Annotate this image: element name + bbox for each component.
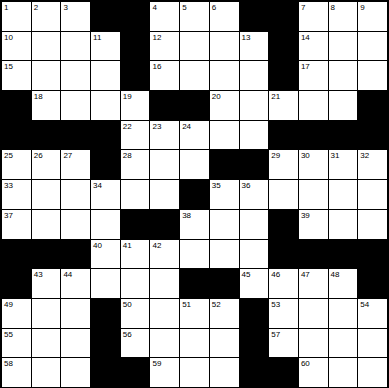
cell-r9c5[interactable]: 41: [121, 240, 150, 269]
cell-r2c12[interactable]: [329, 32, 358, 61]
cell-r9c3: [61, 240, 90, 269]
cell-r13c3[interactable]: [61, 358, 90, 387]
cell-r10c4[interactable]: [91, 269, 120, 298]
cell-r4c5[interactable]: 19: [121, 91, 150, 120]
cell-r8c2[interactable]: [32, 210, 61, 239]
clue-number: 19: [123, 92, 132, 101]
cell-r4c8[interactable]: 20: [210, 91, 239, 120]
cell-r11c10[interactable]: 53: [269, 299, 298, 328]
cell-r2c11[interactable]: 14: [299, 32, 328, 61]
cell-r9c10: [269, 240, 298, 269]
clue-number: 17: [301, 62, 310, 71]
cell-r10c3[interactable]: 44: [61, 269, 90, 298]
cell-r13c5: [121, 358, 150, 387]
clue-number: 53: [271, 300, 280, 309]
cell-r3c10: [269, 61, 298, 90]
clue-number: 18: [34, 92, 43, 101]
clue-number: 16: [152, 62, 161, 71]
cell-r5c5[interactable]: 22: [121, 121, 150, 150]
cell-r3c13[interactable]: [358, 61, 387, 90]
cell-r1c4: [91, 2, 120, 31]
cell-r7c7: [180, 180, 209, 209]
cell-r9c6[interactable]: 42: [150, 240, 179, 269]
cell-r3c8[interactable]: [210, 61, 239, 90]
cell-r5c8[interactable]: [210, 121, 239, 150]
cell-r13c9: [240, 358, 269, 387]
cell-r5c12: [329, 121, 358, 150]
cell-r4c12[interactable]: [329, 91, 358, 120]
cell-r8c8[interactable]: [210, 210, 239, 239]
cell-r6c9: [240, 150, 269, 179]
clue-number: 47: [301, 270, 310, 279]
cell-r2c8[interactable]: [210, 32, 239, 61]
cell-r10c12[interactable]: 48: [329, 269, 358, 298]
cell-r12c7[interactable]: [180, 329, 209, 358]
cell-r3c12[interactable]: [329, 61, 358, 90]
cell-r6c1[interactable]: 25: [2, 150, 31, 179]
cell-r6c12[interactable]: 31: [329, 150, 358, 179]
cell-r3c5: [121, 61, 150, 90]
cell-r6c7[interactable]: [180, 150, 209, 179]
clue-number: 39: [301, 211, 310, 220]
cell-r13c13[interactable]: [358, 358, 387, 387]
crossword-board: 1234567891011121314151617181920212223242…: [0, 0, 389, 388]
cell-r6c10[interactable]: 29: [269, 150, 298, 179]
cell-r5c3: [61, 121, 90, 150]
clue-number: 48: [331, 270, 340, 279]
cell-r10c9[interactable]: 45: [240, 269, 269, 298]
cell-r4c1: [2, 91, 31, 120]
cell-r7c8[interactable]: 35: [210, 180, 239, 209]
clue-number: 43: [34, 270, 43, 279]
clue-number: 38: [182, 211, 191, 220]
clue-number: 32: [360, 151, 369, 160]
clue-number: 25: [4, 151, 13, 160]
cell-r3c7[interactable]: [180, 61, 209, 90]
cell-r13c6[interactable]: 59: [150, 358, 179, 387]
clue-number: 2: [34, 3, 38, 12]
cell-r1c11[interactable]: 7: [299, 2, 328, 31]
cell-r1c7[interactable]: 5: [180, 2, 209, 31]
cell-r1c10: [269, 2, 298, 31]
cell-r10c1: [2, 269, 31, 298]
clue-number: 23: [152, 122, 161, 131]
cell-r10c13: [358, 269, 387, 298]
cell-r6c11[interactable]: 30: [299, 150, 328, 179]
clue-number: 15: [4, 62, 13, 71]
clue-number: 34: [93, 181, 102, 190]
cell-r4c3[interactable]: [61, 91, 90, 120]
cell-r13c8[interactable]: [210, 358, 239, 387]
cell-r2c3[interactable]: [61, 32, 90, 61]
cell-r1c1[interactable]: 1: [2, 2, 31, 31]
cell-r12c11[interactable]: [299, 329, 328, 358]
cell-r6c8: [210, 150, 239, 179]
clue-number: 54: [360, 300, 369, 309]
clue-number: 41: [123, 241, 132, 250]
cell-r7c9[interactable]: 36: [240, 180, 269, 209]
cell-r8c5: [121, 210, 150, 239]
clue-number: 31: [331, 151, 340, 160]
cell-r1c12[interactable]: 8: [329, 2, 358, 31]
cell-r8c9[interactable]: [240, 210, 269, 239]
cell-r1c2[interactable]: 2: [32, 2, 61, 31]
cell-r2c13[interactable]: [358, 32, 387, 61]
cell-r11c1[interactable]: 49: [2, 299, 31, 328]
cell-r12c2[interactable]: [32, 329, 61, 358]
cell-r5c4: [91, 121, 120, 150]
cell-r12c1[interactable]: 55: [2, 329, 31, 358]
cell-r8c3[interactable]: [61, 210, 90, 239]
cell-r10c8: [210, 269, 239, 298]
cell-r10c6[interactable]: [150, 269, 179, 298]
clue-number: 51: [182, 300, 191, 309]
cell-r11c11[interactable]: [299, 299, 328, 328]
cell-r7c5[interactable]: [121, 180, 150, 209]
cell-r12c6[interactable]: [150, 329, 179, 358]
cell-r7c12[interactable]: [329, 180, 358, 209]
cell-r5c11: [299, 121, 328, 150]
cell-r2c7[interactable]: [180, 32, 209, 61]
cell-r1c6[interactable]: 4: [150, 2, 179, 31]
clue-number: 24: [182, 122, 191, 131]
cell-r4c9[interactable]: [240, 91, 269, 120]
cell-r9c9[interactable]: [240, 240, 269, 269]
clue-number: 11: [93, 33, 101, 42]
cell-r13c1[interactable]: 58: [2, 358, 31, 387]
cell-r8c7[interactable]: 38: [180, 210, 209, 239]
cell-r8c13[interactable]: [358, 210, 387, 239]
cell-r2c9[interactable]: 13: [240, 32, 269, 61]
cell-r8c12[interactable]: [329, 210, 358, 239]
cell-r12c10[interactable]: 57: [269, 329, 298, 358]
clue-number: 28: [123, 151, 132, 160]
cell-r2c5: [121, 32, 150, 61]
cell-r9c11: [299, 240, 328, 269]
cell-r3c6[interactable]: 16: [150, 61, 179, 90]
clue-number: 40: [93, 241, 102, 250]
cell-r11c5[interactable]: 50: [121, 299, 150, 328]
cell-r2c1[interactable]: 10: [2, 32, 31, 61]
cell-r1c8[interactable]: 6: [210, 2, 239, 31]
cell-r6c3[interactable]: 27: [61, 150, 90, 179]
cell-r12c8[interactable]: [210, 329, 239, 358]
clue-number: 56: [123, 330, 132, 339]
cell-r6c13[interactable]: 32: [358, 150, 387, 179]
cell-r9c2: [32, 240, 61, 269]
clue-number: 45: [242, 270, 251, 279]
cell-r7c3[interactable]: [61, 180, 90, 209]
cell-r5c13: [358, 121, 387, 150]
cell-r7c13[interactable]: [358, 180, 387, 209]
cell-r9c4[interactable]: 40: [91, 240, 120, 269]
cell-r7c4[interactable]: 34: [91, 180, 120, 209]
cell-r13c10: [269, 358, 298, 387]
cell-r11c13[interactable]: 54: [358, 299, 387, 328]
cell-r3c9[interactable]: [240, 61, 269, 90]
clue-number: 58: [4, 359, 13, 368]
cell-r3c1[interactable]: 15: [2, 61, 31, 90]
cell-r10c2[interactable]: 43: [32, 269, 61, 298]
cell-r11c8[interactable]: 52: [210, 299, 239, 328]
cell-r1c13[interactable]: 9: [358, 2, 387, 31]
cell-r7c2[interactable]: [32, 180, 61, 209]
cell-r5c7[interactable]: 24: [180, 121, 209, 150]
cell-r7c10[interactable]: [269, 180, 298, 209]
clue-number: 44: [63, 270, 72, 279]
cell-r4c11[interactable]: [299, 91, 328, 120]
clue-number: 22: [123, 122, 132, 131]
clue-number: 14: [301, 33, 310, 42]
clue-number: 5: [182, 3, 186, 12]
clue-number: 50: [123, 300, 132, 309]
cell-r13c7[interactable]: [180, 358, 209, 387]
cell-r10c11[interactable]: 47: [299, 269, 328, 298]
cell-r13c11[interactable]: 60: [299, 358, 328, 387]
clue-number: 55: [4, 330, 13, 339]
cell-r4c6: [150, 91, 179, 120]
cell-r4c2[interactable]: 18: [32, 91, 61, 120]
clue-number: 57: [271, 330, 280, 339]
clue-number: 27: [63, 151, 72, 160]
cell-r9c1: [2, 240, 31, 269]
cell-r10c10[interactable]: 46: [269, 269, 298, 298]
crossword-grid: 1234567891011121314151617181920212223242…: [2, 2, 387, 387]
clue-number: 12: [152, 33, 161, 42]
cell-r11c2[interactable]: [32, 299, 61, 328]
clue-number: 29: [271, 151, 280, 160]
cell-r2c4[interactable]: 11: [91, 32, 120, 61]
clue-number: 8: [331, 3, 335, 12]
clue-number: 52: [212, 300, 221, 309]
clue-number: 4: [152, 3, 156, 12]
cell-r2c6[interactable]: 12: [150, 32, 179, 61]
cell-r11c9: [240, 299, 269, 328]
cell-r7c6[interactable]: [150, 180, 179, 209]
cell-r9c12: [329, 240, 358, 269]
cell-r12c4: [91, 329, 120, 358]
clue-number: 9: [360, 3, 364, 12]
clue-number: 3: [63, 3, 67, 12]
cell-r13c12[interactable]: [329, 358, 358, 387]
cell-r7c1[interactable]: 33: [2, 180, 31, 209]
cell-r9c13: [358, 240, 387, 269]
cell-r2c10: [269, 32, 298, 61]
cell-r11c6[interactable]: [150, 299, 179, 328]
cell-r8c4[interactable]: [91, 210, 120, 239]
clue-number: 10: [4, 33, 13, 42]
cell-r1c5: [121, 2, 150, 31]
clue-number: 7: [301, 3, 305, 12]
cell-r13c2[interactable]: [32, 358, 61, 387]
cell-r8c11[interactable]: 39: [299, 210, 328, 239]
cell-r11c4: [91, 299, 120, 328]
cell-r5c1: [2, 121, 31, 150]
cell-r7c11[interactable]: [299, 180, 328, 209]
clue-number: 42: [152, 241, 161, 250]
clue-number: 6: [212, 3, 216, 12]
cell-r8c6: [150, 210, 179, 239]
cell-r11c7[interactable]: 51: [180, 299, 209, 328]
clue-number: 35: [212, 181, 221, 190]
cell-r13c4: [91, 358, 120, 387]
cell-r12c5[interactable]: 56: [121, 329, 150, 358]
cell-r5c2: [32, 121, 61, 150]
cell-r12c12[interactable]: [329, 329, 358, 358]
cell-r9c8[interactable]: [210, 240, 239, 269]
cell-r1c9: [240, 2, 269, 31]
cell-r10c5[interactable]: [121, 269, 150, 298]
cell-r8c1[interactable]: 37: [2, 210, 31, 239]
clue-number: 13: [242, 33, 251, 42]
cell-r3c4[interactable]: [91, 61, 120, 90]
cell-r11c3[interactable]: [61, 299, 90, 328]
clue-number: 1: [4, 3, 8, 12]
clue-number: 21: [271, 92, 280, 101]
cell-r5c9[interactable]: [240, 121, 269, 150]
cell-r2c2[interactable]: [32, 32, 61, 61]
clue-number: 59: [152, 359, 161, 368]
clue-number: 33: [4, 181, 13, 190]
cell-r12c9: [240, 329, 269, 358]
cell-r12c3[interactable]: [61, 329, 90, 358]
cell-r3c11[interactable]: 17: [299, 61, 328, 90]
cell-r11c12[interactable]: [329, 299, 358, 328]
cell-r3c2[interactable]: [32, 61, 61, 90]
cell-r9c7[interactable]: [180, 240, 209, 269]
clue-number: 37: [4, 211, 13, 220]
cell-r12c13[interactable]: [358, 329, 387, 358]
clue-number: 49: [4, 300, 13, 309]
clue-number: 60: [301, 359, 310, 368]
cell-r4c10[interactable]: 21: [269, 91, 298, 120]
cell-r8c10: [269, 210, 298, 239]
cell-r6c5[interactable]: 28: [121, 150, 150, 179]
cell-r3c3[interactable]: [61, 61, 90, 90]
cell-r6c6[interactable]: [150, 150, 179, 179]
cell-r5c10: [269, 121, 298, 150]
cell-r4c7: [180, 91, 209, 120]
cell-r5c6[interactable]: 23: [150, 121, 179, 150]
cell-r4c4[interactable]: [91, 91, 120, 120]
clue-number: 20: [212, 92, 221, 101]
clue-number: 26: [34, 151, 43, 160]
cell-r6c2[interactable]: 26: [32, 150, 61, 179]
cell-r4c13: [358, 91, 387, 120]
clue-number: 36: [242, 181, 251, 190]
cell-r10c7: [180, 269, 209, 298]
cell-r6c4: [91, 150, 120, 179]
clue-number: 46: [271, 270, 280, 279]
clue-number: 30: [301, 151, 310, 160]
cell-r1c3[interactable]: 3: [61, 2, 90, 31]
